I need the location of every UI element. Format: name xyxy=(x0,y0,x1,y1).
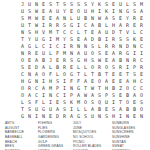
grid-cell: A xyxy=(40,85,47,92)
grid-cell: S xyxy=(110,92,117,99)
grid-cell: I xyxy=(110,99,117,106)
grid-cell: L xyxy=(124,1,131,8)
grid-cell: R xyxy=(117,64,124,71)
grid-cell: R xyxy=(26,85,33,92)
grid-cell: T xyxy=(82,85,89,92)
grid-cell: R xyxy=(61,113,68,120)
grid-cell: E xyxy=(75,36,82,43)
grid-cell: A xyxy=(110,50,117,57)
grid-cell: B xyxy=(124,92,131,99)
grid-cell: O xyxy=(82,99,89,106)
grid-cell: E xyxy=(68,64,75,71)
grid-cell: U xyxy=(117,1,124,8)
grid-cell: K xyxy=(103,8,110,15)
grid-cell: T xyxy=(54,29,61,36)
grid-cell: G xyxy=(26,78,33,85)
grid-cell: S xyxy=(68,57,75,64)
grid-cell: I xyxy=(103,36,110,43)
grid-cell: A xyxy=(54,106,61,113)
grid-cell: A xyxy=(103,15,110,22)
grid-cell: N xyxy=(47,92,54,99)
grid-cell: F xyxy=(33,99,40,106)
grid-cell: M xyxy=(61,50,68,57)
grid-cell: C xyxy=(138,78,145,85)
grid-cell: E xyxy=(33,50,40,57)
grid-cell: R xyxy=(117,50,124,57)
grid-cell: B xyxy=(96,106,103,113)
word-search-grid: JUNESTSSSSYKSEULSMUSWEAUYEOUHIKINGSASMWE… xyxy=(19,1,145,120)
grid-cell: S xyxy=(61,106,68,113)
grid-cell: F xyxy=(75,78,82,85)
grid-cell: T xyxy=(96,85,103,92)
grid-cell: L xyxy=(54,71,61,78)
grid-cell: E xyxy=(26,57,33,64)
grid-cell: B xyxy=(131,106,138,113)
grid-cell: O xyxy=(138,106,145,113)
grid-cell: T xyxy=(89,71,96,78)
grid-cell: L xyxy=(75,64,82,71)
grid-cell: S xyxy=(110,106,117,113)
grid-cell: S xyxy=(117,36,124,43)
grid-cell: C xyxy=(19,71,26,78)
grid-cell: N xyxy=(33,78,40,85)
grid-cell: B xyxy=(110,85,117,92)
grid-cell: H xyxy=(89,8,96,15)
grid-cell: O xyxy=(19,57,26,64)
word-item: BOATING xyxy=(5,149,24,150)
grid-cell: S xyxy=(26,99,33,106)
grid-cell: G xyxy=(40,36,47,43)
grid-cell: S xyxy=(89,43,96,50)
grid-cell: Y xyxy=(61,36,68,43)
grid-cell: M xyxy=(138,1,145,8)
grid-cell: B xyxy=(117,57,124,64)
grid-cell: G xyxy=(68,22,75,29)
grid-cell: R xyxy=(61,57,68,64)
grid-cell: T xyxy=(54,1,61,8)
grid-cell: E xyxy=(26,64,33,71)
grid-cell: C xyxy=(33,85,40,92)
grid-cell: A xyxy=(110,57,117,64)
grid-cell: H xyxy=(19,78,26,85)
grid-cell: M xyxy=(47,29,54,36)
grid-cell: S xyxy=(89,57,96,64)
grid-cell: S xyxy=(54,78,61,85)
grid-cell: N xyxy=(89,15,96,22)
grid-cell: S xyxy=(82,113,89,120)
grid-cell: Y xyxy=(61,8,68,15)
grid-cell: A xyxy=(68,113,75,120)
grid-cell: U xyxy=(103,99,110,106)
grid-cell: L xyxy=(75,29,82,36)
grid-cell: L xyxy=(82,71,89,78)
grid-cell: T xyxy=(103,71,110,78)
grid-cell: S xyxy=(19,64,26,71)
grid-cell: F xyxy=(68,78,75,85)
grid-cell: E xyxy=(103,106,110,113)
grid-cell: M xyxy=(75,99,82,106)
grid-cell: F xyxy=(54,50,61,57)
grid-cell: T xyxy=(124,71,131,78)
grid-cell: U xyxy=(103,29,110,36)
grid-cell: E xyxy=(47,113,54,120)
grid-cell: N xyxy=(131,43,138,50)
grid-cell: N xyxy=(96,113,103,120)
grid-cell: C xyxy=(54,43,61,50)
grid-cell: N xyxy=(61,15,68,22)
grid-cell: U xyxy=(47,106,54,113)
grid-cell: S xyxy=(61,1,68,8)
grid-cell: G xyxy=(124,50,131,57)
grid-cell: P xyxy=(103,92,110,99)
grid-cell: S xyxy=(138,99,145,106)
grid-cell: I xyxy=(61,78,68,85)
grid-cell: E xyxy=(89,78,96,85)
grid-cell: A xyxy=(33,71,40,78)
grid-cell: R xyxy=(47,22,54,29)
grid-cell: S xyxy=(103,1,110,8)
grid-cell: M xyxy=(54,36,61,43)
grid-cell: C xyxy=(33,92,40,99)
grid-cell: N xyxy=(33,1,40,8)
grid-cell: T xyxy=(19,106,26,113)
grid-cell: R xyxy=(26,50,33,57)
grid-cell: I xyxy=(61,92,68,99)
grid-cell: I xyxy=(96,8,103,15)
grid-cell: L xyxy=(68,15,75,22)
grid-cell: L xyxy=(96,43,103,50)
grid-cell: S xyxy=(110,15,117,22)
grid-cell: K xyxy=(131,36,138,43)
grid-cell: E xyxy=(131,22,138,29)
grid-cell: E xyxy=(138,36,145,43)
grid-cell: N xyxy=(138,113,145,120)
grid-cell: I xyxy=(68,106,75,113)
grid-cell: R xyxy=(96,64,103,71)
grid-cell: L xyxy=(75,106,82,113)
grid-cell: A xyxy=(89,22,96,29)
grid-cell: S xyxy=(26,106,33,113)
word-list-column: ANTSAUGUSTBARBECUEBASEBALLBEACHBEESBOATI… xyxy=(5,121,24,150)
grid-cell: E xyxy=(54,57,61,64)
grid-cell: E xyxy=(89,29,96,36)
grid-cell: E xyxy=(110,1,117,8)
grid-cell: G xyxy=(75,57,82,64)
grid-cell: I xyxy=(40,22,47,29)
grid-cell: A xyxy=(19,43,26,50)
grid-cell: O xyxy=(96,78,103,85)
grid-cell: H xyxy=(110,22,117,29)
grid-cell: Z xyxy=(117,85,124,92)
grid-cell: A xyxy=(33,57,40,64)
grid-cell: R xyxy=(103,43,110,50)
grid-cell: N xyxy=(82,43,89,50)
grid-cell: E xyxy=(131,99,138,106)
grid-cell: C xyxy=(138,43,145,50)
grid-cell: S xyxy=(61,22,68,29)
grid-cell: J xyxy=(47,57,54,64)
grid-cell: A xyxy=(82,36,89,43)
grid-cell: E xyxy=(110,71,117,78)
grid-cell: O xyxy=(61,71,68,78)
grid-cell: L xyxy=(82,64,89,71)
grid-cell: S xyxy=(96,92,103,99)
grid-cell: N xyxy=(117,43,124,50)
grid-cell: E xyxy=(117,15,124,22)
grid-cell: S xyxy=(26,8,33,15)
grid-cell: K xyxy=(68,99,75,106)
grid-cell: E xyxy=(68,8,75,15)
word-item: BASEBALL xyxy=(5,135,24,140)
grid-cell: B xyxy=(96,71,103,78)
grid-cell: A xyxy=(117,106,124,113)
grid-cell: E xyxy=(117,92,124,99)
grid-cell: G xyxy=(19,113,26,120)
grid-cell: B xyxy=(82,15,89,22)
grid-cell: D xyxy=(33,64,40,71)
grid-cell: Y xyxy=(124,15,131,22)
grid-cell: S xyxy=(47,1,54,8)
grid-cell: S xyxy=(68,36,75,43)
grid-cell: M xyxy=(26,15,33,22)
grid-cell: W xyxy=(33,15,40,22)
grid-cell: S xyxy=(61,99,68,106)
grid-cell: S xyxy=(82,1,89,8)
grid-cell: A xyxy=(124,78,131,85)
grid-cell: O xyxy=(124,99,131,106)
grid-cell: S xyxy=(26,29,33,36)
grid-cell: A xyxy=(26,92,33,99)
grid-cell: L xyxy=(103,22,110,29)
grid-cell: E xyxy=(103,50,110,57)
grid-cell: N xyxy=(19,29,26,36)
grid-cell: L xyxy=(47,64,54,71)
grid-cell: S xyxy=(68,1,75,8)
grid-cell: S xyxy=(131,8,138,15)
grid-cell: I xyxy=(47,43,54,50)
grid-cell: N xyxy=(19,50,26,57)
grid-cell: A xyxy=(75,50,82,57)
grid-cell: U xyxy=(89,113,96,120)
grid-cell: I xyxy=(47,36,54,43)
grid-cell: H xyxy=(33,29,40,36)
grid-cell: H xyxy=(82,57,89,64)
grid-cell: I xyxy=(61,85,68,92)
grid-cell: E xyxy=(103,57,110,64)
grid-cell: P xyxy=(68,92,75,99)
grid-cell: H xyxy=(47,78,54,85)
grid-cell: H xyxy=(110,113,117,120)
grid-cell: W xyxy=(96,15,103,22)
grid-cell: I xyxy=(110,8,117,15)
word-item: SOCCER xyxy=(73,149,101,150)
grid-cell: N xyxy=(75,43,82,50)
grid-cell: G xyxy=(26,43,33,50)
grid-cell: A xyxy=(96,29,103,36)
grid-cell: E xyxy=(110,78,117,85)
grid-cell: D xyxy=(110,29,117,36)
grid-cell: U xyxy=(75,15,82,22)
grid-cell: K xyxy=(96,1,103,8)
grid-cell: T xyxy=(19,36,26,43)
grid-cell: S xyxy=(131,1,138,8)
grid-cell: C xyxy=(54,92,61,99)
grid-cell: R xyxy=(54,22,61,29)
word-list-column: JULYJUNEMOSQUITOESNO SCHOOLPICNICROLLER … xyxy=(73,121,101,150)
grid-cell: U xyxy=(26,1,33,8)
grid-cell: H xyxy=(103,85,110,92)
grid-cell: C xyxy=(61,29,68,36)
grid-cell: O xyxy=(103,64,110,71)
grid-cell: D xyxy=(89,36,96,43)
grid-cell: N xyxy=(26,113,33,120)
grid-cell: N xyxy=(68,50,75,57)
grid-cell: O xyxy=(89,50,96,57)
grid-cell: U xyxy=(33,106,40,113)
grid-cell: O xyxy=(138,92,145,99)
word-item: HIKING xyxy=(38,149,63,150)
grid-cell: E xyxy=(138,15,145,22)
grid-cell: I xyxy=(40,92,47,99)
grid-cell: V xyxy=(40,29,47,36)
grid-cell: E xyxy=(40,15,47,22)
grid-cell: S xyxy=(110,64,117,71)
grid-cell: O xyxy=(40,71,47,78)
grid-cell: L xyxy=(47,50,54,57)
grid-cell: A xyxy=(54,15,61,22)
grid-cell: I xyxy=(75,22,82,29)
grid-cell: P xyxy=(131,64,138,71)
grid-cell: S xyxy=(131,71,138,78)
grid-cell: T xyxy=(75,71,82,78)
grid-cell: E xyxy=(138,71,145,78)
grid-cell: D xyxy=(124,43,131,50)
grid-cell: C xyxy=(138,85,145,92)
grid-cell: S xyxy=(124,36,131,43)
grid-cell: U xyxy=(19,8,26,15)
grid-cell: O xyxy=(19,92,26,99)
grid-cell: E xyxy=(54,99,61,106)
grid-cell: O xyxy=(19,85,26,92)
grid-cell: C xyxy=(40,43,47,50)
grid-cell: Y xyxy=(26,36,33,43)
grid-cell: B xyxy=(96,22,103,29)
grid-cell: B xyxy=(124,106,131,113)
grid-cell: W xyxy=(33,22,40,29)
grid-cell: E xyxy=(117,71,124,78)
grid-cell: O xyxy=(89,64,96,71)
grid-cell: W xyxy=(33,8,40,15)
grid-cell: A xyxy=(40,64,47,71)
grid-cell: B xyxy=(96,36,103,43)
grid-cell: O xyxy=(124,85,131,92)
grid-cell: A xyxy=(117,22,124,29)
word-search-page: JUNESTSSSSYKSEULSMUSWEAUYEOUHIKINGSASMWE… xyxy=(0,0,150,150)
grid-cell: N xyxy=(117,8,124,15)
grid-cell: A xyxy=(103,78,110,85)
grid-cell: V xyxy=(124,29,131,36)
grid-cell: A xyxy=(89,92,96,99)
grid-cell: T xyxy=(82,29,89,36)
grid-cell: S xyxy=(19,15,26,22)
grid-cell: B xyxy=(54,64,61,71)
grid-cell: S xyxy=(89,99,96,106)
grid-cell: U xyxy=(33,36,40,43)
grid-cell: W xyxy=(96,57,103,64)
grid-cell: I xyxy=(117,113,124,120)
grid-cell: G xyxy=(75,85,82,92)
grid-cell: R xyxy=(110,36,117,43)
grid-cell: M xyxy=(47,85,54,92)
grid-cell: L xyxy=(33,43,40,50)
word-item: SWIMMING xyxy=(112,149,135,150)
grid-cell: A xyxy=(138,8,145,15)
grid-cell: A xyxy=(89,106,96,113)
grid-cell: N xyxy=(68,85,75,92)
word-list: ANTSAUGUSTBARBECUEBASEBALLBEACHBEESBOATI… xyxy=(0,121,150,150)
grid-cell: U xyxy=(82,8,89,15)
grid-cell: R xyxy=(131,15,138,22)
grid-cell: N xyxy=(124,113,131,120)
grid-cell: U xyxy=(54,8,61,15)
grid-cell: N xyxy=(124,57,131,64)
grid-cell: R xyxy=(124,22,131,29)
grid-cell: L xyxy=(19,99,26,106)
grid-cell: I xyxy=(47,99,54,106)
grid-cell: R xyxy=(131,57,138,64)
grid-cell: A xyxy=(131,92,138,99)
grid-cell: H xyxy=(131,78,138,85)
grid-cell: I xyxy=(124,64,131,71)
grid-cell: B xyxy=(40,57,47,64)
grid-cell: T xyxy=(26,22,33,29)
grid-cell: I xyxy=(131,50,138,57)
grid-cell: S xyxy=(75,1,82,8)
grid-cell: I xyxy=(33,113,40,120)
grid-cell: C xyxy=(138,29,145,36)
grid-cell: D xyxy=(54,113,61,120)
grid-cell: R xyxy=(138,22,145,29)
grid-cell: E xyxy=(40,1,47,8)
grid-cell: S xyxy=(96,50,103,57)
word-list-column: FISHINGFLIESFLOWERSGARDENINGGOLFGREEN GR… xyxy=(38,121,63,150)
grid-cell: Q xyxy=(96,99,103,106)
grid-cell: R xyxy=(110,43,117,50)
grid-cell: G xyxy=(40,106,47,113)
grid-cell: E xyxy=(47,15,54,22)
grid-cell: C xyxy=(82,22,89,29)
grid-cell: E xyxy=(131,113,138,120)
grid-cell: G xyxy=(124,8,131,15)
grid-cell: C xyxy=(68,29,75,36)
grid-cell: U xyxy=(40,50,47,57)
grid-cell: I xyxy=(138,50,145,57)
grid-cell: F xyxy=(47,71,54,78)
grid-cell: U xyxy=(19,22,26,29)
grid-cell: A xyxy=(82,78,89,85)
grid-cell: C xyxy=(138,57,145,64)
grid-cell: O xyxy=(75,8,82,15)
grid-cell: U xyxy=(82,50,89,57)
grid-cell: R xyxy=(138,64,145,71)
grid-cell: N xyxy=(40,113,47,120)
grid-cell: C xyxy=(131,85,138,92)
grid-cell: W xyxy=(89,85,96,92)
grid-cell: J xyxy=(19,1,26,8)
grid-cell: G xyxy=(75,113,82,120)
grid-cell: S xyxy=(103,113,110,120)
grid-cell: E xyxy=(40,8,47,15)
